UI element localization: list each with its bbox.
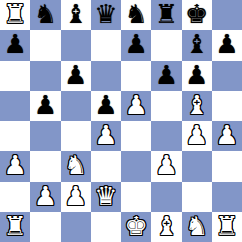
white-rook-piece[interactable]: ♜: [3, 213, 26, 239]
square-a2[interactable]: [0, 182, 30, 212]
square-a5[interactable]: [0, 91, 30, 121]
square-g8[interactable]: ♚: [182, 0, 212, 30]
square-f4[interactable]: [151, 121, 181, 151]
square-a1[interactable]: ♜: [0, 212, 30, 242]
square-h8[interactable]: [212, 0, 242, 30]
square-b7[interactable]: [30, 30, 60, 60]
white-pawn-piece[interactable]: ♟: [94, 122, 117, 148]
square-g2[interactable]: [182, 182, 212, 212]
square-g4[interactable]: ♟: [182, 121, 212, 151]
white-pawn-piece[interactable]: ♟: [3, 152, 26, 178]
square-b6[interactable]: [30, 61, 60, 91]
square-h4[interactable]: ♟: [212, 121, 242, 151]
square-e5[interactable]: ♟: [121, 91, 151, 121]
square-f5[interactable]: [151, 91, 181, 121]
square-c3[interactable]: ♞: [61, 151, 91, 181]
black-pawn-piece[interactable]: ♟: [155, 62, 178, 88]
square-b4[interactable]: [30, 121, 60, 151]
square-d5[interactable]: ♟: [91, 91, 121, 121]
white-bishop-piece[interactable]: ♝: [185, 92, 208, 118]
square-g6[interactable]: ♟: [182, 61, 212, 91]
square-e7[interactable]: ♟: [121, 30, 151, 60]
square-b3[interactable]: [30, 151, 60, 181]
white-knight-piece[interactable]: ♞: [185, 213, 208, 239]
black-pawn-piece[interactable]: ♟: [64, 62, 87, 88]
black-bishop-piece[interactable]: ♝: [185, 31, 208, 57]
square-h7[interactable]: ♟: [212, 30, 242, 60]
square-c8[interactable]: ♝: [61, 0, 91, 30]
white-pawn-piece[interactable]: ♟: [64, 183, 87, 209]
square-c6[interactable]: ♟: [61, 61, 91, 91]
square-d7[interactable]: [91, 30, 121, 60]
black-pawn-piece[interactable]: ♟: [34, 92, 57, 118]
square-b1[interactable]: [30, 212, 60, 242]
black-knight-piece[interactable]: ♞: [124, 1, 147, 27]
square-g7[interactable]: ♝: [182, 30, 212, 60]
square-f8[interactable]: ♜: [151, 0, 181, 30]
square-b2[interactable]: ♟: [30, 182, 60, 212]
square-e6[interactable]: [121, 61, 151, 91]
black-queen-piece[interactable]: ♛: [94, 1, 117, 27]
square-c2[interactable]: ♟: [61, 182, 91, 212]
white-pawn-piece[interactable]: ♟: [185, 122, 208, 148]
square-h1[interactable]: ♜: [212, 212, 242, 242]
square-h3[interactable]: [212, 151, 242, 181]
black-bishop-piece[interactable]: ♝: [64, 1, 87, 27]
square-e2[interactable]: [121, 182, 151, 212]
square-h2[interactable]: [212, 182, 242, 212]
square-a4[interactable]: [0, 121, 30, 151]
white-bishop-piece[interactable]: ♝: [155, 213, 178, 239]
white-queen-piece[interactable]: ♛: [94, 183, 117, 209]
black-pawn-piece[interactable]: ♟: [124, 31, 147, 57]
square-c1[interactable]: [61, 212, 91, 242]
square-c7[interactable]: [61, 30, 91, 60]
white-king-piece[interactable]: ♚: [124, 213, 147, 239]
square-g5[interactable]: ♝: [182, 91, 212, 121]
square-a8[interactable]: ♜: [0, 0, 30, 30]
square-a6[interactable]: [0, 61, 30, 91]
black-pawn-piece[interactable]: ♟: [3, 31, 26, 57]
black-pawn-piece[interactable]: ♟: [94, 92, 117, 118]
square-f7[interactable]: [151, 30, 181, 60]
square-d6[interactable]: [91, 61, 121, 91]
square-d2[interactable]: ♛: [91, 182, 121, 212]
white-rook-piece[interactable]: ♜: [3, 1, 26, 27]
square-c4[interactable]: [61, 121, 91, 151]
square-d3[interactable]: [91, 151, 121, 181]
square-a3[interactable]: ♟: [0, 151, 30, 181]
square-f1[interactable]: ♝: [151, 212, 181, 242]
square-g1[interactable]: ♞: [182, 212, 212, 242]
white-pawn-piece[interactable]: ♟: [155, 152, 178, 178]
black-knight-piece[interactable]: ♞: [34, 1, 57, 27]
square-c5[interactable]: [61, 91, 91, 121]
square-a7[interactable]: ♟: [0, 30, 30, 60]
square-b5[interactable]: ♟: [30, 91, 60, 121]
square-h5[interactable]: [212, 91, 242, 121]
white-rook-piece[interactable]: ♜: [215, 213, 238, 239]
black-king-piece[interactable]: ♚: [185, 1, 208, 27]
square-f3[interactable]: ♟: [151, 151, 181, 181]
square-d1[interactable]: [91, 212, 121, 242]
square-e4[interactable]: [121, 121, 151, 151]
white-pawn-piece[interactable]: ♟: [124, 92, 147, 118]
white-pawn-piece[interactable]: ♟: [215, 122, 238, 148]
square-d8[interactable]: ♛: [91, 0, 121, 30]
white-pawn-piece[interactable]: ♟: [34, 183, 57, 209]
square-h6[interactable]: [212, 61, 242, 91]
square-e1[interactable]: ♚: [121, 212, 151, 242]
black-pawn-piece[interactable]: ♟: [215, 31, 238, 57]
black-pawn-piece[interactable]: ♟: [185, 62, 208, 88]
square-f6[interactable]: ♟: [151, 61, 181, 91]
white-knight-piece[interactable]: ♞: [64, 152, 87, 178]
square-f2[interactable]: [151, 182, 181, 212]
square-e3[interactable]: [121, 151, 151, 181]
square-g3[interactable]: [182, 151, 212, 181]
chess-board: ♜♞♝♛♞♜♚♟♟♝♟♟♟♟♟♟♟♝♟♟♟♟♞♟♟♟♛♜♚♝♞♜: [0, 0, 242, 242]
square-e8[interactable]: ♞: [121, 0, 151, 30]
black-rook-piece[interactable]: ♜: [155, 1, 178, 27]
square-d4[interactable]: ♟: [91, 121, 121, 151]
square-b8[interactable]: ♞: [30, 0, 60, 30]
